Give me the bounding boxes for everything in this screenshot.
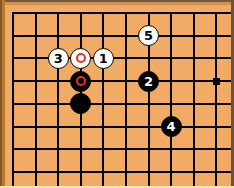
board-grid: 31524 xyxy=(2,2,228,184)
circle-mark-icon xyxy=(76,76,86,86)
black-stone-move-2: 2 xyxy=(138,71,159,92)
black-stone-move-4: 4 xyxy=(161,116,182,137)
board-edge-bottom xyxy=(0,186,234,188)
black-stone-circled xyxy=(70,71,91,92)
white-stone-move-5: 5 xyxy=(138,25,159,46)
star-point xyxy=(213,78,220,85)
black-stone xyxy=(70,93,91,114)
white-stone-move-1: 1 xyxy=(93,48,114,69)
white-stone-move-3: 3 xyxy=(48,48,69,69)
board-edge-right xyxy=(231,0,234,188)
board-edge-left xyxy=(0,0,5,188)
board-edge-top xyxy=(0,0,234,5)
circle-mark-icon xyxy=(76,53,86,63)
go-board-diagram: 31524 xyxy=(0,0,234,188)
white-stone-circled xyxy=(70,48,91,69)
